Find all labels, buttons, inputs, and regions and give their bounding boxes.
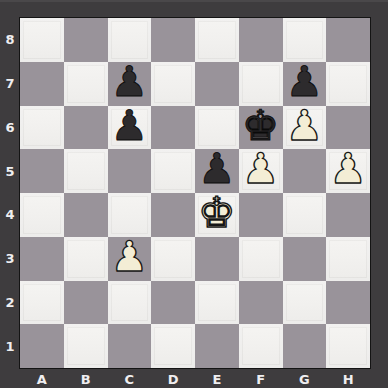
square-g5[interactable] (283, 149, 327, 193)
square-a2[interactable] (20, 281, 64, 325)
square-e2[interactable] (195, 281, 239, 325)
white-king-e4[interactable]: ♚ (198, 193, 236, 235)
square-g2[interactable] (283, 281, 327, 325)
rank-label-3: 3 (0, 237, 20, 281)
white-pawn-c3[interactable]: ♟ (111, 237, 149, 279)
square-c6[interactable]: ♟ (108, 106, 152, 150)
rank-label-2: 2 (0, 281, 20, 325)
square-g8[interactable] (283, 18, 327, 62)
square-e1[interactable] (195, 324, 239, 368)
square-d7[interactable] (151, 62, 195, 106)
square-d4[interactable] (151, 193, 195, 237)
square-b2[interactable] (64, 281, 108, 325)
white-pawn-f5[interactable]: ♟ (242, 149, 280, 191)
square-e3[interactable] (195, 237, 239, 281)
rank-label-7: 7 (0, 62, 20, 106)
square-c2[interactable] (108, 281, 152, 325)
square-b8[interactable] (64, 18, 108, 62)
black-pawn-c7[interactable]: ♟ (111, 62, 149, 104)
file-label-a: A (20, 369, 64, 388)
square-e5[interactable]: ♟ (195, 149, 239, 193)
square-c8[interactable] (108, 18, 152, 62)
rank-labels: 87654321 (0, 18, 20, 368)
square-f6[interactable]: ♚ (239, 106, 283, 150)
file-label-d: D (151, 369, 195, 388)
white-pawn-h5[interactable]: ♟ (329, 149, 367, 191)
square-a4[interactable] (20, 193, 64, 237)
black-pawn-c6[interactable]: ♟ (111, 106, 149, 148)
square-b1[interactable] (64, 324, 108, 368)
square-d6[interactable] (151, 106, 195, 150)
square-b4[interactable] (64, 193, 108, 237)
square-b3[interactable] (64, 237, 108, 281)
square-h7[interactable] (326, 62, 370, 106)
square-f5[interactable]: ♟ (239, 149, 283, 193)
file-label-e: E (195, 369, 239, 388)
square-f8[interactable] (239, 18, 283, 62)
square-g4[interactable] (283, 193, 327, 237)
square-a8[interactable] (20, 18, 64, 62)
rank-label-6: 6 (0, 106, 20, 150)
square-g1[interactable] (283, 324, 327, 368)
square-f4[interactable] (239, 193, 283, 237)
file-label-f: F (239, 369, 283, 388)
square-b6[interactable] (64, 106, 108, 150)
rank-label-8: 8 (0, 18, 20, 62)
square-h4[interactable] (326, 193, 370, 237)
square-c1[interactable] (108, 324, 152, 368)
board-frame: 87654321 ♟♟♟♚♟♟♟♟♚♟ ABCDEFGH (0, 0, 388, 388)
square-h3[interactable] (326, 237, 370, 281)
square-b5[interactable] (64, 149, 108, 193)
square-h6[interactable] (326, 106, 370, 150)
square-c4[interactable] (108, 193, 152, 237)
black-king-f6[interactable]: ♚ (242, 106, 280, 148)
square-e8[interactable] (195, 18, 239, 62)
square-d2[interactable] (151, 281, 195, 325)
square-c3[interactable]: ♟ (108, 237, 152, 281)
rank-label-1: 1 (0, 324, 20, 368)
square-f7[interactable] (239, 62, 283, 106)
square-g7[interactable]: ♟ (283, 62, 327, 106)
chess-board: ♟♟♟♚♟♟♟♟♚♟ (20, 18, 370, 368)
square-f3[interactable] (239, 237, 283, 281)
square-e4[interactable]: ♚ (195, 193, 239, 237)
square-e6[interactable] (195, 106, 239, 150)
square-a1[interactable] (20, 324, 64, 368)
square-h8[interactable] (326, 18, 370, 62)
square-a6[interactable] (20, 106, 64, 150)
square-c5[interactable] (108, 149, 152, 193)
square-d5[interactable] (151, 149, 195, 193)
white-pawn-g6[interactable]: ♟ (286, 106, 324, 148)
square-b7[interactable] (64, 62, 108, 106)
square-d1[interactable] (151, 324, 195, 368)
file-label-c: C (108, 369, 152, 388)
file-label-g: G (283, 369, 327, 388)
square-h5[interactable]: ♟ (326, 149, 370, 193)
file-labels: ABCDEFGH (20, 369, 370, 388)
square-d8[interactable] (151, 18, 195, 62)
square-h1[interactable] (326, 324, 370, 368)
rank-label-4: 4 (0, 193, 20, 237)
square-f1[interactable] (239, 324, 283, 368)
file-label-h: H (326, 369, 370, 388)
black-pawn-e5[interactable]: ♟ (198, 149, 236, 191)
file-label-b: B (64, 369, 108, 388)
black-pawn-g7[interactable]: ♟ (286, 62, 324, 104)
square-h2[interactable] (326, 281, 370, 325)
square-e7[interactable] (195, 62, 239, 106)
square-d3[interactable] (151, 237, 195, 281)
square-c7[interactable]: ♟ (108, 62, 152, 106)
square-g6[interactable]: ♟ (283, 106, 327, 150)
square-a5[interactable] (20, 149, 64, 193)
square-a3[interactable] (20, 237, 64, 281)
rank-label-5: 5 (0, 149, 20, 193)
square-a7[interactable] (20, 62, 64, 106)
square-g3[interactable] (283, 237, 327, 281)
square-f2[interactable] (239, 281, 283, 325)
